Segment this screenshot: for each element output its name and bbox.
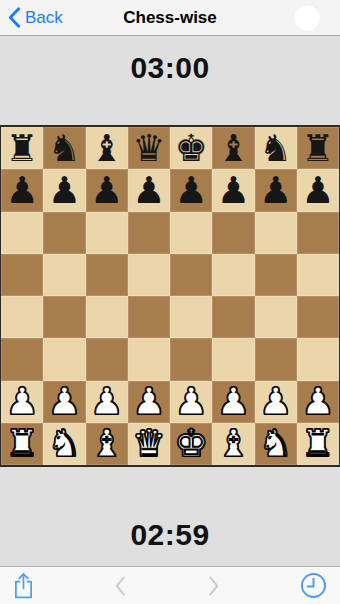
square-g8[interactable]: ♞ xyxy=(255,127,297,169)
piece-black-knight[interactable]: ♞ xyxy=(259,130,292,167)
piece-black-bishop[interactable]: ♝ xyxy=(90,130,123,167)
square-d7[interactable]: ♟ xyxy=(128,169,170,211)
square-b8[interactable]: ♞ xyxy=(43,127,85,169)
white-clock-panel: 02:59 xyxy=(0,467,340,566)
square-a2[interactable]: ♟ xyxy=(1,381,43,423)
square-e5[interactable] xyxy=(170,254,212,296)
square-f8[interactable]: ♝ xyxy=(212,127,254,169)
square-b2[interactable]: ♟ xyxy=(43,381,85,423)
square-d2[interactable]: ♟ xyxy=(128,381,170,423)
share-button[interactable] xyxy=(13,572,34,599)
black-clock-panel: 03:00 xyxy=(0,36,340,125)
back-chevron-icon xyxy=(8,7,21,28)
square-g5[interactable] xyxy=(255,254,297,296)
square-h7[interactable]: ♟ xyxy=(297,169,339,211)
piece-white-pawn[interactable]: ♟ xyxy=(132,383,165,420)
piece-black-rook[interactable]: ♜ xyxy=(301,130,334,167)
piece-black-pawn[interactable]: ♟ xyxy=(6,172,39,209)
square-d4[interactable] xyxy=(128,296,170,338)
square-c3[interactable] xyxy=(86,338,128,380)
piece-white-pawn[interactable]: ♟ xyxy=(301,383,334,420)
piece-black-queen[interactable]: ♛ xyxy=(132,130,165,167)
square-e8[interactable]: ♚ xyxy=(170,127,212,169)
square-c2[interactable]: ♟ xyxy=(86,381,128,423)
piece-black-pawn[interactable]: ♟ xyxy=(132,172,165,209)
piece-black-pawn[interactable]: ♟ xyxy=(48,172,81,209)
square-g1[interactable]: ♞ xyxy=(255,423,297,465)
piece-black-pawn[interactable]: ♟ xyxy=(217,172,250,209)
piece-white-knight[interactable]: ♞ xyxy=(259,425,292,462)
square-f2[interactable]: ♟ xyxy=(212,381,254,423)
piece-white-queen[interactable]: ♛ xyxy=(132,425,165,462)
piece-white-bishop[interactable]: ♝ xyxy=(90,425,123,462)
square-c6[interactable] xyxy=(86,212,128,254)
square-h8[interactable]: ♜ xyxy=(297,127,339,169)
square-g3[interactable] xyxy=(255,338,297,380)
square-c5[interactable] xyxy=(86,254,128,296)
square-d5[interactable] xyxy=(128,254,170,296)
square-a8[interactable]: ♜ xyxy=(1,127,43,169)
square-h3[interactable] xyxy=(297,338,339,380)
piece-white-pawn[interactable]: ♟ xyxy=(217,383,250,420)
bottom-toolbar xyxy=(0,566,340,604)
piece-white-knight[interactable]: ♞ xyxy=(48,425,81,462)
square-g4[interactable] xyxy=(255,296,297,338)
black-clock: 03:00 xyxy=(130,51,209,85)
square-e7[interactable]: ♟ xyxy=(170,169,212,211)
clock-settings-button[interactable] xyxy=(300,572,327,599)
square-f6[interactable] xyxy=(212,212,254,254)
square-f1[interactable]: ♝ xyxy=(212,423,254,465)
share-icon xyxy=(13,572,34,599)
square-g7[interactable]: ♟ xyxy=(255,169,297,211)
piece-black-bishop[interactable]: ♝ xyxy=(217,130,250,167)
square-b7[interactable]: ♟ xyxy=(43,169,85,211)
square-b4[interactable] xyxy=(43,296,85,338)
square-e1[interactable]: ♚ xyxy=(170,423,212,465)
square-c8[interactable]: ♝ xyxy=(86,127,128,169)
square-f4[interactable] xyxy=(212,296,254,338)
navigation-bar: Back Chess-wise xyxy=(0,0,340,36)
square-b1[interactable]: ♞ xyxy=(43,423,85,465)
piece-white-pawn[interactable]: ♟ xyxy=(175,383,208,420)
next-move-button[interactable] xyxy=(207,575,220,597)
square-b3[interactable] xyxy=(43,338,85,380)
clock-icon xyxy=(300,572,327,599)
square-e2[interactable]: ♟ xyxy=(170,381,212,423)
square-e6[interactable] xyxy=(170,212,212,254)
square-h1[interactable]: ♜ xyxy=(297,423,339,465)
white-clock: 02:59 xyxy=(130,518,209,552)
square-b5[interactable] xyxy=(43,254,85,296)
square-a3[interactable] xyxy=(1,338,43,380)
piece-white-rook[interactable]: ♜ xyxy=(301,425,334,462)
square-d6[interactable] xyxy=(128,212,170,254)
back-button[interactable]: Back xyxy=(0,7,63,28)
piece-black-pawn[interactable]: ♟ xyxy=(90,172,123,209)
square-a6[interactable] xyxy=(1,212,43,254)
square-f3[interactable] xyxy=(212,338,254,380)
square-h4[interactable] xyxy=(297,296,339,338)
chess-board[interactable]: ♜♞♝♛♚♝♞♜♟♟♟♟♟♟♟♟♟♟♟♟♟♟♟♟♜♞♝♛♚♝♞♜ xyxy=(0,125,340,467)
square-a7[interactable]: ♟ xyxy=(1,169,43,211)
piece-white-pawn[interactable]: ♟ xyxy=(90,383,123,420)
square-d1[interactable]: ♛ xyxy=(128,423,170,465)
square-f7[interactable]: ♟ xyxy=(212,169,254,211)
square-a4[interactable] xyxy=(1,296,43,338)
square-h5[interactable] xyxy=(297,254,339,296)
square-a1[interactable]: ♜ xyxy=(1,423,43,465)
back-button-label: Back xyxy=(25,8,63,28)
piece-white-bishop[interactable]: ♝ xyxy=(217,425,250,462)
square-e3[interactable] xyxy=(170,338,212,380)
piece-black-knight[interactable]: ♞ xyxy=(48,130,81,167)
square-c7[interactable]: ♟ xyxy=(86,169,128,211)
square-h2[interactable]: ♟ xyxy=(297,381,339,423)
square-a5[interactable] xyxy=(1,254,43,296)
square-g2[interactable]: ♟ xyxy=(255,381,297,423)
piece-white-pawn[interactable]: ♟ xyxy=(6,383,39,420)
square-c1[interactable]: ♝ xyxy=(86,423,128,465)
square-d8[interactable]: ♛ xyxy=(128,127,170,169)
square-c4[interactable] xyxy=(86,296,128,338)
square-e4[interactable] xyxy=(170,296,212,338)
white-turn-indicator xyxy=(294,5,320,31)
piece-black-pawn[interactable]: ♟ xyxy=(175,172,208,209)
piece-white-king[interactable]: ♚ xyxy=(175,425,208,462)
piece-black-pawn[interactable]: ♟ xyxy=(301,172,334,209)
square-f5[interactable] xyxy=(212,254,254,296)
piece-black-king[interactable]: ♚ xyxy=(175,130,208,167)
chevron-right-icon xyxy=(207,575,220,597)
piece-black-pawn[interactable]: ♟ xyxy=(259,172,292,209)
chevron-left-icon xyxy=(114,575,127,597)
square-h6[interactable] xyxy=(297,212,339,254)
previous-move-button[interactable] xyxy=(114,575,127,597)
piece-white-rook[interactable]: ♜ xyxy=(6,425,39,462)
piece-black-rook[interactable]: ♜ xyxy=(6,130,39,167)
square-b6[interactable] xyxy=(43,212,85,254)
square-d3[interactable] xyxy=(128,338,170,380)
piece-white-pawn[interactable]: ♟ xyxy=(259,383,292,420)
square-g6[interactable] xyxy=(255,212,297,254)
piece-white-pawn[interactable]: ♟ xyxy=(48,383,81,420)
